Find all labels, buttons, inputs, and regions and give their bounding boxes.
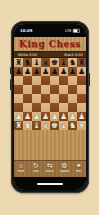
white-piece-b: ♝ bbox=[33, 121, 40, 130]
square-d2[interactable]: ♟ bbox=[41, 112, 50, 121]
square-b2[interactable]: ♟ bbox=[23, 112, 32, 121]
white-piece-p: ♟ bbox=[33, 112, 40, 121]
home-label: Home bbox=[18, 170, 25, 173]
white-piece-p: ♟ bbox=[60, 112, 67, 121]
home-indicator[interactable] bbox=[37, 183, 63, 185]
square-b1[interactable]: ♞ bbox=[23, 121, 32, 130]
status-icons: LTE bbox=[65, 28, 80, 33]
square-c3[interactable] bbox=[32, 103, 41, 112]
square-d6[interactable] bbox=[41, 76, 50, 85]
square-g3[interactable] bbox=[68, 103, 77, 112]
app-title: King Chess bbox=[19, 39, 81, 49]
square-d4[interactable] bbox=[41, 94, 50, 103]
square-b5[interactable] bbox=[23, 85, 32, 94]
volume-up-button bbox=[10, 67, 11, 74]
square-c1[interactable]: ♝ bbox=[32, 121, 41, 130]
white-piece-k: ♚ bbox=[51, 121, 58, 130]
square-h8[interactable]: ♜ bbox=[77, 58, 86, 67]
square-f6[interactable] bbox=[59, 76, 68, 85]
square-a2[interactable]: ♟ bbox=[14, 112, 23, 121]
white-piece-b: ♝ bbox=[60, 121, 67, 130]
hint-icon: ✦ bbox=[76, 162, 82, 170]
square-a6[interactable] bbox=[14, 76, 23, 85]
square-d1[interactable]: ♛ bbox=[41, 121, 50, 130]
status-bar: 10:09 LTE bbox=[14, 24, 86, 37]
white-piece-q: ♛ bbox=[42, 121, 49, 130]
black-piece-b: ♝ bbox=[60, 58, 67, 67]
hint-label: Hint bbox=[76, 170, 81, 173]
square-c8[interactable]: ♝ bbox=[32, 58, 41, 67]
square-d5[interactable] bbox=[41, 85, 50, 94]
status-time: 10:09 bbox=[20, 28, 32, 33]
black-piece-p: ♟ bbox=[15, 67, 22, 76]
square-h2[interactable]: ♟ bbox=[77, 112, 86, 121]
white-piece-n: ♞ bbox=[69, 121, 76, 130]
square-h5[interactable] bbox=[77, 85, 86, 94]
white-piece-r: ♜ bbox=[15, 121, 22, 130]
black-clock: Black 0:00 bbox=[64, 52, 82, 56]
square-c5[interactable] bbox=[32, 85, 41, 94]
white-piece-p: ♟ bbox=[24, 112, 31, 121]
new-icon: ↻ bbox=[33, 162, 39, 170]
square-f7[interactable]: ♟ bbox=[59, 67, 68, 76]
square-h1[interactable]: ♜ bbox=[77, 121, 86, 130]
square-e2[interactable]: ♟ bbox=[50, 112, 59, 121]
square-a7[interactable]: ♟ bbox=[14, 67, 23, 76]
black-piece-q: ♛ bbox=[42, 58, 49, 67]
wood-background bbox=[14, 130, 86, 160]
square-g1[interactable]: ♞ bbox=[68, 121, 77, 130]
square-a5[interactable] bbox=[14, 85, 23, 94]
square-a3[interactable] bbox=[14, 103, 23, 112]
square-f5[interactable] bbox=[59, 85, 68, 94]
square-e7[interactable]: ♟ bbox=[50, 67, 59, 76]
square-g2[interactable]: ♟ bbox=[68, 112, 77, 121]
battery-icon bbox=[73, 29, 80, 33]
square-e6[interactable] bbox=[50, 76, 59, 85]
square-c7[interactable]: ♟ bbox=[32, 67, 41, 76]
phone-frame: 10:09 LTE King Chess White 0:00 Black 0:… bbox=[11, 21, 89, 193]
white-piece-n: ♞ bbox=[24, 121, 31, 130]
square-c4[interactable] bbox=[32, 94, 41, 103]
square-e3[interactable] bbox=[50, 103, 59, 112]
square-f8[interactable]: ♝ bbox=[59, 58, 68, 67]
square-h3[interactable] bbox=[77, 103, 86, 112]
white-piece-p: ♟ bbox=[78, 112, 85, 121]
square-e8[interactable]: ♚ bbox=[50, 58, 59, 67]
white-piece-p: ♟ bbox=[42, 112, 49, 121]
options-label: Options bbox=[60, 170, 69, 173]
square-f1[interactable]: ♝ bbox=[59, 121, 68, 130]
square-b6[interactable] bbox=[23, 76, 32, 85]
square-g5[interactable] bbox=[68, 85, 77, 94]
black-piece-r: ♜ bbox=[78, 58, 85, 67]
white-clock: White 0:00 bbox=[18, 52, 37, 56]
chess-board: ♜♞♝♛♚♝♞♜♟♟♟♟♟♟♟♟♟♟♟♟♟♟♟♟♜♞♝♛♚♝♞♜ bbox=[14, 58, 86, 130]
white-piece-p: ♟ bbox=[51, 112, 58, 121]
black-piece-p: ♟ bbox=[42, 67, 49, 76]
black-piece-r: ♜ bbox=[15, 58, 22, 67]
black-piece-n: ♞ bbox=[69, 58, 76, 67]
moves-icon: ⇆ bbox=[47, 162, 53, 170]
moves-label: Moves bbox=[46, 170, 54, 173]
square-e5[interactable] bbox=[50, 85, 59, 94]
square-h6[interactable] bbox=[77, 76, 86, 85]
square-b8[interactable]: ♞ bbox=[23, 58, 32, 67]
black-piece-p: ♟ bbox=[78, 67, 85, 76]
square-b3[interactable] bbox=[23, 103, 32, 112]
square-a8[interactable]: ♜ bbox=[14, 58, 23, 67]
clock-bar: White 0:00 Black 0:00 bbox=[14, 51, 86, 58]
square-f2[interactable]: ♟ bbox=[59, 112, 68, 121]
square-f3[interactable] bbox=[59, 103, 68, 112]
home-button[interactable]: ⌂Home bbox=[15, 162, 28, 176]
square-d8[interactable]: ♛ bbox=[41, 58, 50, 67]
square-f4[interactable] bbox=[59, 94, 68, 103]
options-button[interactable]: ⚙Options bbox=[58, 162, 71, 176]
square-c6[interactable] bbox=[32, 76, 41, 85]
volume-down-button bbox=[10, 79, 11, 90]
square-a1[interactable]: ♜ bbox=[14, 121, 23, 130]
white-piece-p: ♟ bbox=[69, 112, 76, 121]
square-g8[interactable]: ♞ bbox=[68, 58, 77, 67]
square-e1[interactable]: ♚ bbox=[50, 121, 59, 130]
square-c2[interactable]: ♟ bbox=[32, 112, 41, 121]
square-d7[interactable]: ♟ bbox=[41, 67, 50, 76]
new-button[interactable]: ↻New bbox=[29, 162, 42, 176]
new-label: New bbox=[33, 170, 38, 173]
bottom-bezel bbox=[14, 177, 86, 190]
black-piece-b: ♝ bbox=[33, 58, 40, 67]
black-piece-n: ♞ bbox=[24, 58, 31, 67]
square-h7[interactable]: ♟ bbox=[77, 67, 86, 76]
square-e4[interactable] bbox=[50, 94, 59, 103]
black-piece-p: ♟ bbox=[24, 67, 31, 76]
options-icon: ⚙ bbox=[61, 162, 67, 170]
phone-screen: 10:09 LTE King Chess White 0:00 Black 0:… bbox=[14, 24, 86, 190]
black-piece-p: ♟ bbox=[60, 67, 67, 76]
square-b4[interactable] bbox=[23, 94, 32, 103]
square-g4[interactable] bbox=[68, 94, 77, 103]
title-bar: King Chess bbox=[14, 37, 86, 51]
power-button bbox=[89, 73, 90, 86]
black-piece-k: ♚ bbox=[51, 58, 58, 67]
square-h4[interactable] bbox=[77, 94, 86, 103]
moves-button[interactable]: ⇆Moves bbox=[43, 162, 56, 176]
black-piece-p: ♟ bbox=[33, 67, 40, 76]
white-piece-r: ♜ bbox=[78, 121, 85, 130]
square-b7[interactable]: ♟ bbox=[23, 67, 32, 76]
hint-button[interactable]: ✦Hint bbox=[72, 162, 85, 176]
network-label: LTE bbox=[65, 28, 71, 33]
square-g6[interactable] bbox=[68, 76, 77, 85]
home-icon: ⌂ bbox=[19, 162, 23, 170]
square-a4[interactable] bbox=[14, 94, 23, 103]
square-d3[interactable] bbox=[41, 103, 50, 112]
white-piece-p: ♟ bbox=[15, 112, 22, 121]
black-piece-p: ♟ bbox=[69, 67, 76, 76]
black-piece-p: ♟ bbox=[51, 67, 58, 76]
square-g7[interactable]: ♟ bbox=[68, 67, 77, 76]
bottom-toolbar: ⌂Home↻New⇆Moves⚙Options✦Hint bbox=[14, 160, 86, 177]
